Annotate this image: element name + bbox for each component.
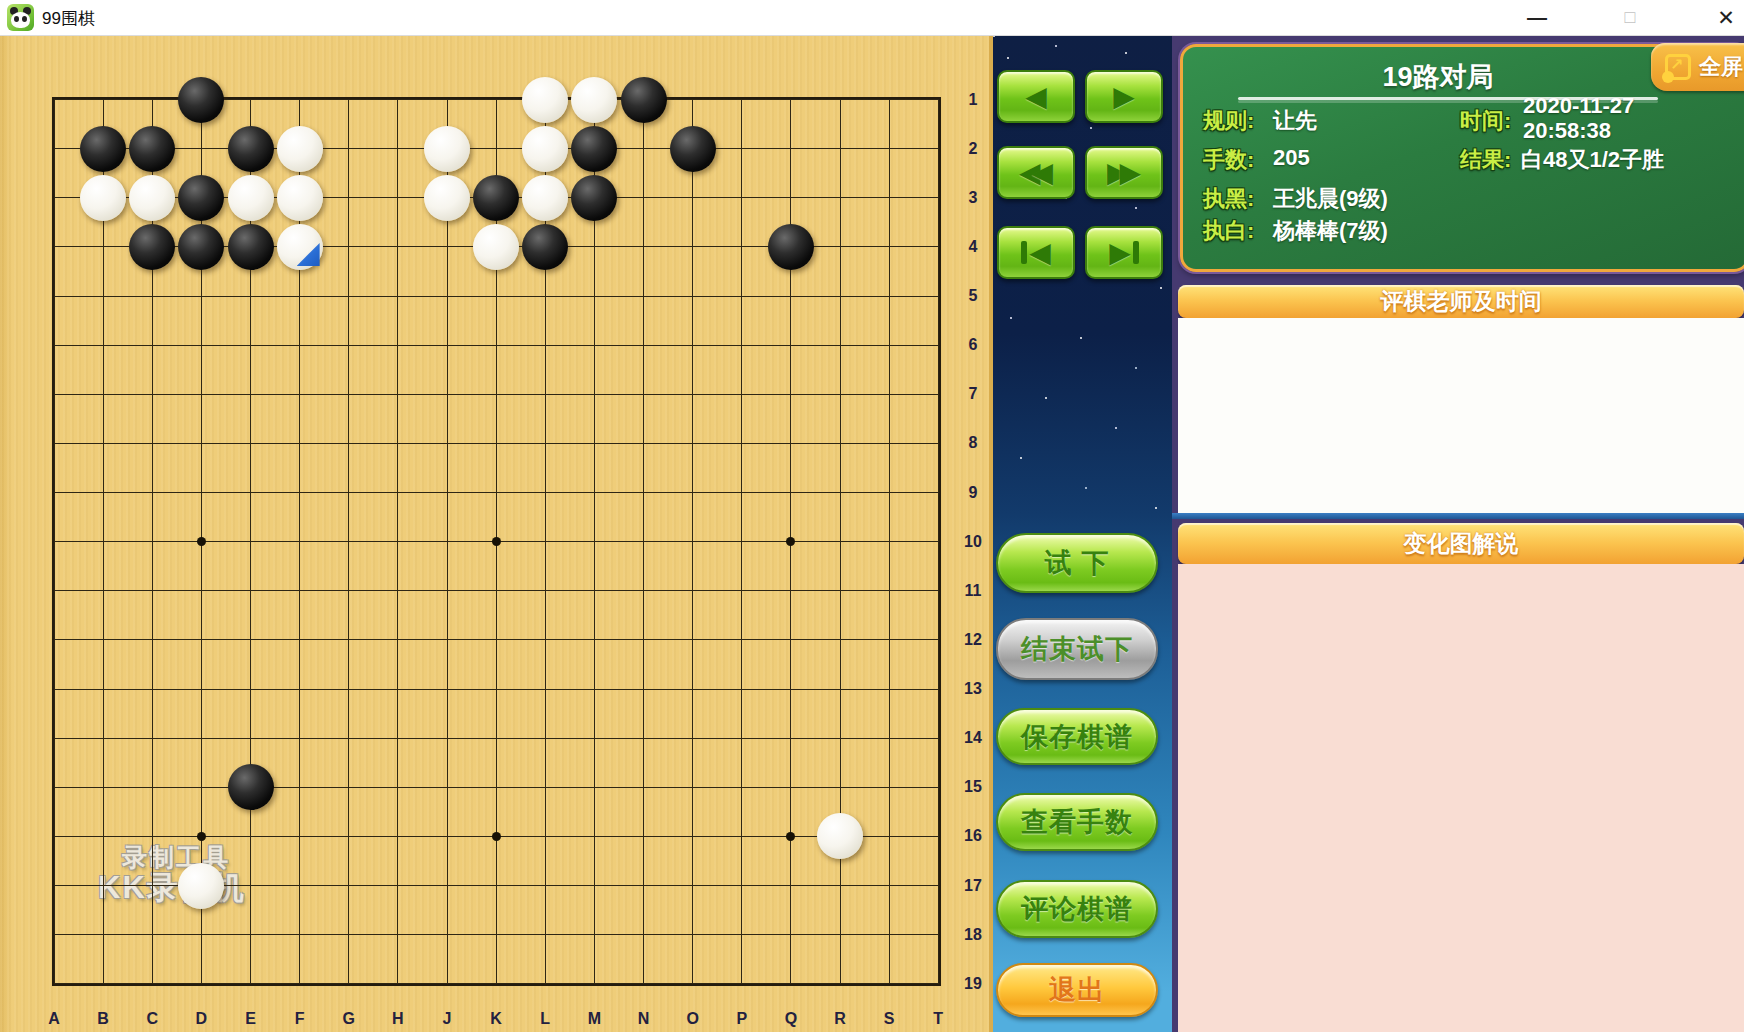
fast-forward-button[interactable]: ▶▶ [1085,146,1163,199]
black-stone [178,77,224,123]
fullscreen-label: 全屏 [1699,52,1743,82]
black-stone [522,224,568,270]
column-label: S [877,1010,901,1028]
black-stone [228,764,274,810]
row-label: 17 [958,877,988,895]
time-label: 时间: [1460,106,1511,136]
exit-button[interactable]: 退出 [996,963,1158,1017]
rules-label: 规则: [1203,106,1254,136]
row-label: 9 [958,484,988,502]
step-forward-icon: ▶ [1113,83,1135,111]
rules-value: 让先 [1273,106,1317,136]
white-stone [522,175,568,221]
time-value-line2: 20:58:38 [1523,118,1611,144]
close-icon[interactable]: ✕ [1703,0,1744,35]
row-label: 16 [958,827,988,845]
column-label: O [681,1010,705,1028]
section-divider [1172,513,1744,519]
step-back-icon: ◀ [1025,83,1047,111]
comment-section-header: 评棋老师及时间 [1178,285,1744,318]
row-label: 3 [958,189,988,207]
white-stone [473,224,519,270]
column-label: P [730,1010,754,1028]
row-label: 13 [958,680,988,698]
row-label: 19 [958,975,988,993]
row-label: 12 [958,631,988,649]
white-player-value: 杨棒棒(7级) [1273,216,1388,246]
variation-section-body [1178,564,1744,1032]
jump-end-icon: ▶ [1109,239,1131,267]
black-stone [129,126,175,172]
step-back-button[interactable]: ◀ [997,70,1075,123]
black-stone [228,126,274,172]
row-label: 11 [958,582,988,600]
row-label: 5 [958,287,988,305]
column-label: H [386,1010,410,1028]
column-label: C [140,1010,164,1028]
star-point [197,537,206,546]
moves-label: 手数: [1203,145,1254,175]
app-icon [7,4,34,31]
white-stone [522,77,568,123]
jump-start-button[interactable]: ◀ [997,226,1075,279]
white-stone [424,175,470,221]
white-stone [277,126,323,172]
black-stone [571,126,617,172]
black-stone [621,77,667,123]
end-trial-button[interactable]: 结束试下 [996,618,1158,680]
column-label: R [828,1010,852,1028]
white-player-label: 执白: [1203,216,1254,246]
jump-end-button[interactable]: ▶ [1085,226,1163,279]
row-label: 8 [958,434,988,452]
save-kifu-button[interactable]: 保存棋谱 [996,708,1158,765]
black-stone [670,126,716,172]
moves-value: 205 [1273,145,1310,171]
column-label: J [435,1010,459,1028]
row-label: 2 [958,140,988,158]
side-panel: ◀ ▶ ◀◀ ▶▶ ◀ ▶ 试 下 结束试下 保存棋谱 查看手数 评论棋谱 退出 [993,35,1176,1032]
row-label: 6 [958,336,988,354]
fullscreen-tab[interactable]: ↗ 全屏 [1651,43,1744,91]
go-board[interactable]: 录制工具 KK录像机 12345678910111213141516171819… [0,35,993,1032]
row-label: 18 [958,926,988,944]
white-stone [228,175,274,221]
black-player-value: 王兆晨(9级) [1273,184,1388,214]
fullscreen-icon: ↗ [1665,54,1691,80]
black-stone [178,175,224,221]
black-stone [768,224,814,270]
title-bar: 99围棋 — □ ✕ [0,0,1744,36]
column-label: D [189,1010,213,1028]
black-stone [80,126,126,172]
white-stone [522,126,568,172]
star-point [492,832,501,841]
game-info-title: 19路对局 [1183,59,1693,95]
column-label: E [239,1010,263,1028]
black-player-label: 执黑: [1203,184,1254,214]
right-panel: 19路对局 规则: 让先 手数: 205 执黑: 王兆晨(9级) 执白: 杨棒棒… [1172,35,1744,1032]
row-label: 14 [958,729,988,747]
variation-section-header: 变化图解说 [1178,523,1744,564]
white-stone [277,175,323,221]
column-label: K [484,1010,508,1028]
step-forward-button[interactable]: ▶ [1085,70,1163,123]
row-label: 15 [958,778,988,796]
comment-section-body [1178,318,1744,513]
black-stone [178,224,224,270]
result-value: 白48又1/2子胜 [1521,145,1664,175]
black-stone [129,224,175,270]
column-label: Q [779,1010,803,1028]
column-label: T [926,1010,950,1028]
window-title: 99围棋 [42,7,95,30]
time-value-line1: 2020-11-27 [1523,93,1634,119]
column-label: G [337,1010,361,1028]
comment-kifu-button[interactable]: 评论棋谱 [996,880,1158,938]
maximize-icon[interactable]: □ [1607,0,1653,35]
star-point [492,537,501,546]
white-stone [277,224,323,270]
row-label: 4 [958,238,988,256]
white-stone [80,175,126,221]
black-stone [228,224,274,270]
jump-start-icon [1021,241,1027,264]
fast-back-button[interactable]: ◀◀ [997,146,1075,199]
column-label: A [42,1010,66,1028]
column-label: L [533,1010,557,1028]
try-move-button[interactable]: 试 下 [996,533,1158,593]
star-point [197,832,206,841]
last-move-marker [297,243,320,266]
black-stone [473,175,519,221]
minimize-icon[interactable]: — [1514,0,1560,35]
black-stone [571,175,617,221]
white-stone [424,126,470,172]
column-label: M [582,1010,606,1028]
column-label: F [288,1010,312,1028]
result-label: 结果: [1460,145,1511,175]
white-stone [129,175,175,221]
view-move-count-button[interactable]: 查看手数 [996,793,1158,851]
row-label: 10 [958,533,988,551]
row-label: 7 [958,385,988,403]
row-label: 1 [958,91,988,109]
column-label: B [91,1010,115,1028]
white-stone [571,77,617,123]
column-label: N [632,1010,656,1028]
white-stone [178,863,224,909]
